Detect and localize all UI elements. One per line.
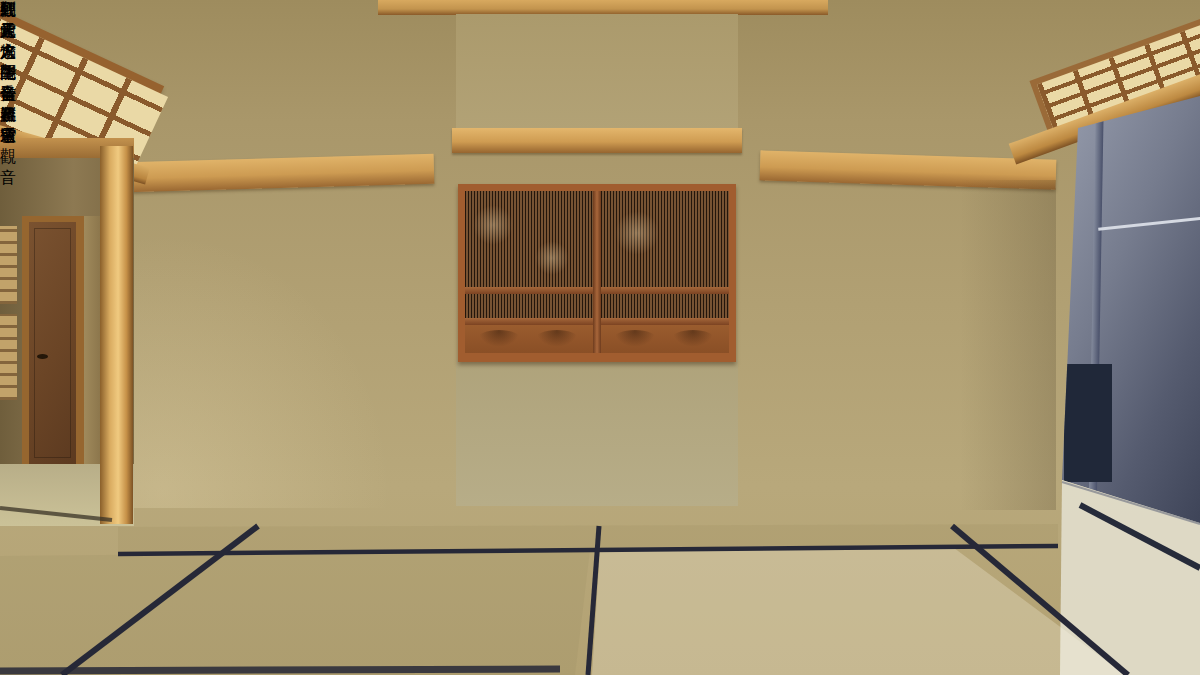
red-seal — [5, 181, 11, 187]
temple-room-photo: 紅爐焰上爭容雪 到此方能合祖宗 鞭索人牛盡屬空 碧天遼闊信難通 觀音念觀音恭敬觀… — [0, 0, 1200, 675]
red-seal — [5, 172, 11, 178]
signature-marks — [5, 112, 11, 168]
tatami-seams — [0, 0, 1200, 675]
